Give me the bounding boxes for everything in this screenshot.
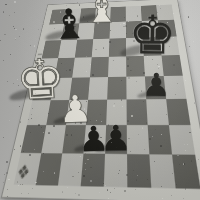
grain-speck [3,60,4,61]
grain-speck [6,161,8,163]
piece-black-pawn-e2: ♟ [100,121,132,156]
square-c5 [72,57,92,77]
grain-speck [4,174,5,175]
grain-speck [23,28,25,30]
square-h1 [172,155,200,189]
grain-speck [14,12,16,14]
grain-speck [193,41,194,42]
square-b1 [36,153,63,186]
square-e6 [109,38,126,57]
square-h2 [169,125,195,155]
photo-chessboard-scene: ❖ ♝♝♚♚♟♟♟♟ [0,0,200,200]
square-e5 [108,56,126,77]
grain-speck [3,11,5,13]
square-d5 [90,57,109,78]
grain-speck [15,38,17,40]
grain-speck [0,40,1,41]
grain-speck [3,137,5,139]
grain-speck [3,182,4,183]
grain-speck [38,29,39,30]
grain-speck [5,4,6,5]
square-g1 [149,154,175,188]
grain-speck [7,81,8,82]
grain-speck [189,46,190,47]
piece-black-pawn-g4: ♟ [142,70,171,102]
grain-speck [188,16,189,17]
square-a2 [21,125,47,153]
square-e4 [107,77,126,100]
piece-white-bishop-d8: ♝ [84,0,121,28]
corner-emblem-glyph: ❖ [15,161,32,183]
square-g2 [148,125,172,155]
square-d6 [92,39,110,58]
square-f1 [127,154,151,188]
square-e1 [104,154,128,187]
grain-speck [14,28,15,29]
grain-speck [9,120,10,121]
grain-speck [15,29,17,31]
grain-speck [10,54,11,55]
grain-speck [30,45,31,46]
piece-black-king-g6: ♚ [128,9,176,63]
grain-speck [13,26,14,27]
piece-black-bishop-b7: ♝ [49,3,88,46]
grain-speck [15,39,16,40]
grain-speck [13,83,14,84]
grain-speck [19,36,20,37]
grain-speck [4,34,5,35]
grain-speck [9,15,10,16]
grain-speck [14,1,16,3]
